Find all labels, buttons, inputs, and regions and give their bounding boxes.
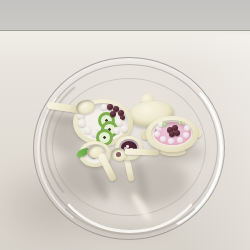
pearl xyxy=(154,131,160,137)
berry xyxy=(110,111,116,117)
green-garnish xyxy=(162,122,167,127)
pearl xyxy=(160,136,166,142)
pearl xyxy=(184,125,190,131)
berry xyxy=(174,130,180,136)
pearl xyxy=(168,138,174,144)
pearl xyxy=(113,127,120,134)
pearl xyxy=(177,137,183,143)
jam-residue xyxy=(116,152,121,157)
photo-miniature-dessert-scene xyxy=(0,0,250,250)
pearl xyxy=(183,132,189,138)
green-garnish xyxy=(178,121,182,125)
wall-background xyxy=(0,0,250,31)
pearl xyxy=(121,125,128,132)
cast-shadow xyxy=(112,158,188,206)
spoon-handle xyxy=(125,148,159,155)
